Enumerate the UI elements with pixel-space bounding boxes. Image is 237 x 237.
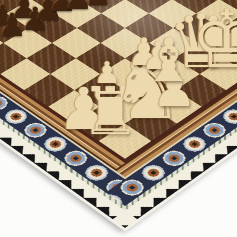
chess-photo-scene: ♟ ♜ ♟ ♞ ♟ ♟ ♟ ♝ ♛ ♚ ♟ ♟ ♟ ♟ ♟ ♟ ♟ ♟ xyxy=(0,0,237,237)
white-king: ♚ xyxy=(191,0,237,80)
pieces-layer: ♟ ♜ ♟ ♞ ♟ ♟ ♟ ♝ ♛ ♚ ♟ ♟ ♟ ♟ ♟ ♟ ♟ ♟ xyxy=(0,0,237,237)
black-piece: ♟ xyxy=(85,0,112,10)
